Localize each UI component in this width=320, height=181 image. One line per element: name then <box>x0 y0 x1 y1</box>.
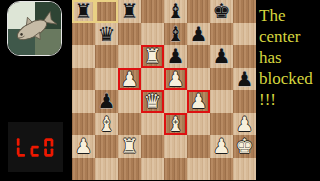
square-h2[interactable]: ♚ <box>233 135 256 158</box>
piece-black-queen: ♛ <box>98 24 116 44</box>
square-a4[interactable] <box>72 90 95 113</box>
square-a2[interactable]: ♟ <box>72 135 95 158</box>
piece-black-pawn: ♟ <box>98 91 116 111</box>
square-h5[interactable]: ♟ <box>233 68 256 91</box>
square-d4[interactable]: ♛ <box>141 90 164 113</box>
caption-line: has <box>259 47 319 68</box>
piece-white-rook: ♜ <box>121 136 139 156</box>
piece-black-pawn: ♟ <box>213 46 231 66</box>
square-c3[interactable] <box>118 113 141 136</box>
square-e2[interactable] <box>164 135 187 158</box>
square-c5[interactable]: ♟ <box>118 68 141 91</box>
avatar[interactable] <box>7 1 62 56</box>
square-f5[interactable] <box>187 68 210 91</box>
square-f3[interactable] <box>187 113 210 136</box>
piece-white-bishop: ♝ <box>98 114 116 134</box>
piece-black-bishop: ♝ <box>167 1 185 21</box>
square-g6[interactable]: ♟ <box>210 45 233 68</box>
piece-black-rook: ♜ <box>121 1 139 21</box>
square-b5[interactable] <box>95 68 118 91</box>
piece-white-bishop: ♝ <box>167 114 185 134</box>
square-e8[interactable]: ♝ <box>164 0 187 23</box>
square-b4[interactable]: ♟ <box>95 90 118 113</box>
square-e6[interactable]: ♟ <box>164 45 187 68</box>
piece-white-rook: ♜ <box>144 46 162 66</box>
square-g3[interactable] <box>210 113 233 136</box>
square-a3[interactable] <box>72 113 95 136</box>
square-a5[interactable] <box>72 68 95 91</box>
square-a6[interactable] <box>72 45 95 68</box>
square-a7[interactable] <box>72 23 95 46</box>
square-e3[interactable]: ♝ <box>164 113 187 136</box>
square-g2[interactable]: ♟ <box>210 135 233 158</box>
square-e5[interactable]: ♟ <box>164 68 187 91</box>
piece-black-king: ♚ <box>213 1 231 21</box>
square-d1[interactable] <box>141 158 164 181</box>
piece-black-pawn: ♟ <box>236 69 254 89</box>
lc0-clock <box>8 122 63 172</box>
piece-black-bishop: ♝ <box>167 24 185 44</box>
square-b3[interactable]: ♝ <box>95 113 118 136</box>
square-c8[interactable]: ♜ <box>118 0 141 23</box>
square-a1[interactable] <box>72 158 95 181</box>
square-g7[interactable] <box>210 23 233 46</box>
square-e4[interactable] <box>164 90 187 113</box>
square-d7[interactable] <box>141 23 164 46</box>
square-d3[interactable] <box>141 113 164 136</box>
thumbnail-stage: ♜♜♝♚♛♝♟♜♟♟♟♟♟♟♛♟♝♝♟♟♜♟♚ The center has b… <box>0 0 320 180</box>
square-f6[interactable] <box>187 45 210 68</box>
square-f4[interactable]: ♟ <box>187 90 210 113</box>
square-h7[interactable] <box>233 23 256 46</box>
caption-line: !!! <box>259 89 319 110</box>
caption-line: center <box>259 26 319 47</box>
square-c4[interactable] <box>118 90 141 113</box>
caption-line: blocked <box>259 68 319 89</box>
square-e7[interactable]: ♝ <box>164 23 187 46</box>
piece-white-queen: ♛ <box>144 91 162 111</box>
square-b6[interactable] <box>95 45 118 68</box>
square-e1[interactable] <box>164 158 187 181</box>
square-h3[interactable]: ♟ <box>233 113 256 136</box>
square-h1[interactable] <box>233 158 256 181</box>
square-b8[interactable] <box>95 0 118 23</box>
square-h4[interactable] <box>233 90 256 113</box>
square-c7[interactable] <box>118 23 141 46</box>
piece-white-king: ♚ <box>236 136 254 156</box>
piece-black-rook: ♜ <box>75 1 93 21</box>
square-d2[interactable] <box>141 135 164 158</box>
square-c6[interactable] <box>118 45 141 68</box>
piece-white-pawn: ♟ <box>190 91 208 111</box>
square-d8[interactable] <box>141 0 164 23</box>
square-g8[interactable]: ♚ <box>210 0 233 23</box>
piece-black-pawn: ♟ <box>190 24 208 44</box>
square-g1[interactable] <box>210 158 233 181</box>
seven-segment-lc0-icon <box>15 136 57 159</box>
piece-white-pawn: ♟ <box>213 136 231 156</box>
square-a8[interactable]: ♜ <box>72 0 95 23</box>
piece-white-pawn: ♟ <box>167 69 185 89</box>
square-f7[interactable]: ♟ <box>187 23 210 46</box>
square-c1[interactable] <box>118 158 141 181</box>
square-b7[interactable]: ♛ <box>95 23 118 46</box>
square-f2[interactable] <box>187 135 210 158</box>
square-h8[interactable] <box>233 0 256 23</box>
piece-white-pawn: ♟ <box>236 114 254 134</box>
square-c2[interactable]: ♜ <box>118 135 141 158</box>
fish-icon <box>8 2 61 55</box>
caption: The center has blocked !!! <box>259 5 319 110</box>
square-b1[interactable] <box>95 158 118 181</box>
piece-white-pawn: ♟ <box>121 69 139 89</box>
square-g4[interactable] <box>210 90 233 113</box>
caption-line: The <box>259 5 319 26</box>
square-g5[interactable] <box>210 68 233 91</box>
square-d6[interactable]: ♜ <box>141 45 164 68</box>
square-d5[interactable] <box>141 68 164 91</box>
square-h6[interactable] <box>233 45 256 68</box>
piece-black-pawn: ♟ <box>167 46 185 66</box>
square-f8[interactable] <box>187 0 210 23</box>
square-b2[interactable] <box>95 135 118 158</box>
piece-white-pawn: ♟ <box>75 136 93 156</box>
square-f1[interactable] <box>187 158 210 181</box>
chess-board: ♜♜♝♚♛♝♟♜♟♟♟♟♟♟♛♟♝♝♟♟♜♟♚ <box>72 0 256 180</box>
